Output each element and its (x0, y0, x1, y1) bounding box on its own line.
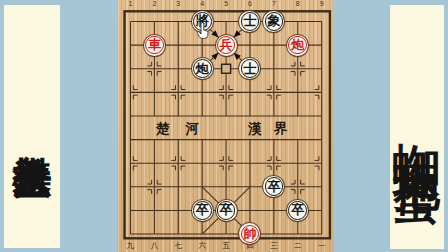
black-soldier[interactable]: 卒 (216, 200, 237, 221)
file-label-top: 6 (248, 0, 252, 8)
title-banner-left: 象棋杀法大全 (4, 5, 60, 248)
black-cannon[interactable]: 炮 (192, 58, 213, 79)
title-banner-right: 蜘蛛抱蛋 (390, 5, 444, 249)
black-soldier[interactable]: 卒 (192, 200, 213, 221)
file-label-top: 3 (176, 0, 180, 8)
red-soldier[interactable]: 兵 (216, 35, 237, 56)
black-soldier[interactable]: 卒 (263, 176, 284, 197)
black-advisor[interactable]: 士 (239, 11, 260, 32)
cursor-hand-icon (196, 23, 209, 39)
pieces-layer: 將士象車兵炮炮士卒卒卒卒帥 (119, 10, 334, 246)
black-elephant[interactable]: 象 (263, 11, 284, 32)
file-label-top: 4 (200, 0, 204, 8)
xiangqi-board: 123456789 九八七六五四三二一 楚河 漢界 將士象車兵炮炮士卒卒卒卒帥 (117, 0, 334, 252)
file-label-top: 1 (129, 0, 133, 8)
file-label-top: 7 (272, 0, 276, 8)
file-label-top: 2 (152, 0, 156, 8)
black-soldier[interactable]: 卒 (287, 200, 308, 221)
red-cannon[interactable]: 炮 (287, 35, 308, 56)
file-label-top: 5 (224, 0, 228, 8)
file-label-top: 9 (320, 0, 324, 8)
red-chariot[interactable]: 車 (144, 35, 165, 56)
red-general[interactable]: 帥 (239, 223, 260, 244)
file-label-top: 8 (296, 0, 300, 8)
black-advisor[interactable]: 士 (239, 58, 260, 79)
